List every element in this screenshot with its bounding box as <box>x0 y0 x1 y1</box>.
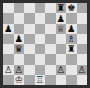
square-g3[interactable] <box>66 54 77 64</box>
square-d7[interactable] <box>35 13 46 23</box>
square-c8[interactable] <box>24 3 35 13</box>
white-rook-piece: ♖ <box>35 75 44 84</box>
square-f2[interactable]: ♙ <box>56 65 67 75</box>
square-e3[interactable] <box>45 54 56 64</box>
square-e2[interactable] <box>45 65 56 75</box>
chess-board: ♜♚♟♟♕♟♟♗♛♜♙♙♙♙♔♖ <box>3 3 87 85</box>
square-f8[interactable]: ♜ <box>56 3 67 13</box>
square-d3[interactable] <box>35 54 46 64</box>
black-pawn-piece: ♟ <box>67 24 76 33</box>
square-e8[interactable] <box>45 3 56 13</box>
white-pawn-piece: ♙ <box>77 65 86 74</box>
square-b6[interactable] <box>14 24 25 34</box>
square-a8[interactable] <box>3 3 14 13</box>
square-c6[interactable] <box>24 24 35 34</box>
black-rook-piece: ♜ <box>67 44 76 53</box>
square-h2[interactable]: ♙ <box>77 65 88 75</box>
square-h6[interactable] <box>77 24 88 34</box>
square-h5[interactable] <box>77 34 88 44</box>
square-c5[interactable] <box>24 34 35 44</box>
white-bishop-piece: ♗ <box>67 34 76 43</box>
white-pawn-piece: ♙ <box>4 65 13 74</box>
square-h4[interactable] <box>77 44 88 54</box>
square-d5[interactable] <box>35 34 46 44</box>
square-c1[interactable] <box>24 75 35 85</box>
square-b1[interactable]: ♔ <box>14 75 25 85</box>
square-f6[interactable]: ♕ <box>56 24 67 34</box>
square-g6[interactable]: ♟ <box>66 24 77 34</box>
chess-board-frame: ♜♚♟♟♕♟♟♗♛♜♙♙♙♙♔♖ <box>0 0 90 88</box>
square-c7[interactable] <box>24 13 35 23</box>
white-pawn-piece: ♙ <box>14 65 23 74</box>
black-queen-piece: ♛ <box>14 44 23 53</box>
square-c2[interactable] <box>24 65 35 75</box>
square-h3[interactable] <box>77 54 88 64</box>
square-b7[interactable] <box>14 13 25 23</box>
black-pawn-piece: ♟ <box>4 24 13 33</box>
black-rook-piece: ♜ <box>56 3 65 12</box>
square-g4[interactable]: ♜ <box>66 44 77 54</box>
square-b3[interactable] <box>14 54 25 64</box>
square-d6[interactable] <box>35 24 46 34</box>
square-d8[interactable] <box>35 3 46 13</box>
square-h7[interactable] <box>77 13 88 23</box>
square-a2[interactable]: ♙ <box>3 65 14 75</box>
square-e6[interactable] <box>45 24 56 34</box>
square-f7[interactable]: ♟ <box>56 13 67 23</box>
white-king-piece: ♔ <box>14 75 23 84</box>
square-c4[interactable] <box>24 44 35 54</box>
square-g1[interactable] <box>66 75 77 85</box>
square-a5[interactable] <box>3 34 14 44</box>
square-a3[interactable] <box>3 54 14 64</box>
square-e5[interactable] <box>45 34 56 44</box>
square-b8[interactable] <box>14 3 25 13</box>
square-d4[interactable] <box>35 44 46 54</box>
square-g7[interactable] <box>66 13 77 23</box>
black-pawn-piece: ♟ <box>14 34 23 43</box>
square-g8[interactable]: ♚ <box>66 3 77 13</box>
square-d1[interactable]: ♖ <box>35 75 46 85</box>
black-king-piece: ♚ <box>67 3 76 12</box>
square-a4[interactable] <box>3 44 14 54</box>
square-g5[interactable]: ♗ <box>66 34 77 44</box>
square-b5[interactable]: ♟ <box>14 34 25 44</box>
square-h1[interactable] <box>77 75 88 85</box>
square-f4[interactable] <box>56 44 67 54</box>
square-e4[interactable] <box>45 44 56 54</box>
square-a7[interactable] <box>3 13 14 23</box>
square-c3[interactable] <box>24 54 35 64</box>
black-pawn-piece: ♟ <box>56 13 65 22</box>
square-e1[interactable] <box>45 75 56 85</box>
square-g2[interactable] <box>66 65 77 75</box>
square-a1[interactable] <box>3 75 14 85</box>
square-a6[interactable]: ♟ <box>3 24 14 34</box>
square-e7[interactable] <box>45 13 56 23</box>
square-b2[interactable]: ♙ <box>14 65 25 75</box>
square-h8[interactable] <box>77 3 88 13</box>
square-f1[interactable] <box>56 75 67 85</box>
square-d2[interactable] <box>35 65 46 75</box>
square-f3[interactable] <box>56 54 67 64</box>
square-b4[interactable]: ♛ <box>14 44 25 54</box>
white-pawn-piece: ♙ <box>56 65 65 74</box>
white-queen-piece: ♕ <box>56 24 65 33</box>
square-f5[interactable] <box>56 34 67 44</box>
